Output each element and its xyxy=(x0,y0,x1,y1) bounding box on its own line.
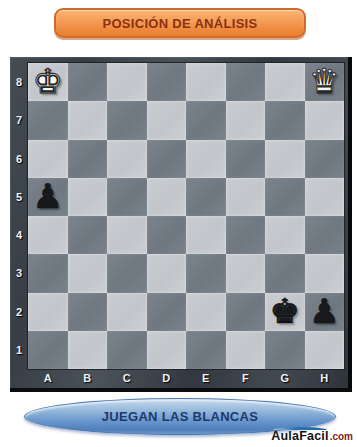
rank-label-1: 1 xyxy=(10,331,28,369)
brand-swoosh-line xyxy=(273,427,327,430)
square-g4 xyxy=(265,216,305,254)
black-pawn: ♟ xyxy=(309,294,339,330)
rank-label-4: 4 xyxy=(10,216,28,254)
white-queen: ♛ xyxy=(309,64,339,100)
square-c4 xyxy=(107,216,147,254)
square-h2: ♟ xyxy=(305,293,345,331)
title-banner-label: POSICIÓN DE ANÁLISIS xyxy=(102,16,257,31)
square-h8: ♛ xyxy=(305,63,345,101)
square-e8 xyxy=(186,63,226,101)
square-e3 xyxy=(186,254,226,292)
square-d5 xyxy=(147,178,187,216)
rank-label-5: 5 xyxy=(10,178,28,216)
square-f7 xyxy=(226,101,266,139)
square-b4 xyxy=(68,216,108,254)
square-h5 xyxy=(305,178,345,216)
square-g2: ♚ xyxy=(265,293,305,331)
square-c3 xyxy=(107,254,147,292)
brand-name: AulaFacil xyxy=(271,429,328,443)
square-b1 xyxy=(68,331,108,369)
square-a7 xyxy=(28,101,68,139)
square-b6 xyxy=(68,140,108,178)
square-b3 xyxy=(68,254,108,292)
rank-label-8: 8 xyxy=(10,63,28,101)
rank-label-7: 7 xyxy=(10,101,28,139)
square-a8: ♚ xyxy=(28,63,68,101)
square-h6 xyxy=(305,140,345,178)
square-d1 xyxy=(147,331,187,369)
square-a2 xyxy=(28,293,68,331)
brand-watermark: AulaFacil .com xyxy=(271,429,353,443)
board-grid: ♚♛♟♚♟ xyxy=(28,63,344,369)
square-a1 xyxy=(28,331,68,369)
square-b7 xyxy=(68,101,108,139)
square-e2 xyxy=(186,293,226,331)
square-b2 xyxy=(68,293,108,331)
file-label-a: A xyxy=(28,370,68,385)
square-a5: ♟ xyxy=(28,178,68,216)
square-g3 xyxy=(265,254,305,292)
white-king: ♚ xyxy=(33,64,63,100)
turn-banner-label: JUEGAN LAS BLANCAS xyxy=(102,409,258,424)
file-labels: ABCDEFGH xyxy=(28,370,344,385)
square-f3 xyxy=(226,254,266,292)
square-b5 xyxy=(68,178,108,216)
square-c2 xyxy=(107,293,147,331)
square-d2 xyxy=(147,293,187,331)
square-f6 xyxy=(226,140,266,178)
square-c1 xyxy=(107,331,147,369)
square-a4 xyxy=(28,216,68,254)
square-e6 xyxy=(186,140,226,178)
square-b8 xyxy=(68,63,108,101)
square-f4 xyxy=(226,216,266,254)
brand-suffix: .com xyxy=(329,431,353,443)
square-d6 xyxy=(147,140,187,178)
square-d7 xyxy=(147,101,187,139)
rank-labels: 87654321 xyxy=(10,63,28,369)
file-label-c: C xyxy=(107,370,147,385)
square-g5 xyxy=(265,178,305,216)
square-e7 xyxy=(186,101,226,139)
square-d3 xyxy=(147,254,187,292)
rank-label-3: 3 xyxy=(10,254,28,292)
file-label-g: G xyxy=(265,370,305,385)
square-d8 xyxy=(147,63,187,101)
square-c6 xyxy=(107,140,147,178)
chess-board: 87654321 ♚♛♟♚♟ ABCDEFGH xyxy=(10,57,352,392)
file-label-b: B xyxy=(68,370,108,385)
square-h3 xyxy=(305,254,345,292)
black-pawn: ♟ xyxy=(33,179,63,215)
square-f2 xyxy=(226,293,266,331)
square-c8 xyxy=(107,63,147,101)
rank-label-2: 2 xyxy=(10,293,28,331)
square-f5 xyxy=(226,178,266,216)
square-c7 xyxy=(107,101,147,139)
black-king: ♚ xyxy=(270,294,300,330)
file-label-d: D xyxy=(147,370,187,385)
square-h7 xyxy=(305,101,345,139)
square-e5 xyxy=(186,178,226,216)
rank-label-6: 6 xyxy=(10,140,28,178)
square-g7 xyxy=(265,101,305,139)
square-h1 xyxy=(305,331,345,369)
analysis-diagram: POSICIÓN DE ANÁLISIS 87654321 ♚♛♟♚♟ ABCD… xyxy=(0,0,357,447)
file-label-f: F xyxy=(226,370,266,385)
square-h4 xyxy=(305,216,345,254)
square-g8 xyxy=(265,63,305,101)
square-a3 xyxy=(28,254,68,292)
square-a6 xyxy=(28,140,68,178)
square-e4 xyxy=(186,216,226,254)
square-g6 xyxy=(265,140,305,178)
square-c5 xyxy=(107,178,147,216)
file-label-e: E xyxy=(186,370,226,385)
title-banner: POSICIÓN DE ANÁLISIS xyxy=(54,8,306,38)
square-f1 xyxy=(226,331,266,369)
square-f8 xyxy=(226,63,266,101)
square-g1 xyxy=(265,331,305,369)
square-d4 xyxy=(147,216,187,254)
square-e1 xyxy=(186,331,226,369)
file-label-h: H xyxy=(305,370,345,385)
